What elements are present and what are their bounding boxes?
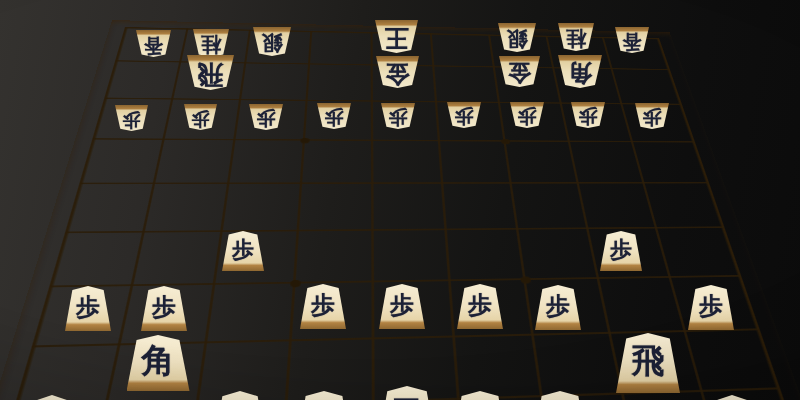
piece-kanji: 歩	[122, 111, 140, 129]
piece-6c[interactable]: 歩	[317, 103, 351, 129]
piece-1g[interactable]: 歩	[688, 285, 734, 330]
piece-7f[interactable]: 歩	[222, 231, 264, 271]
piece-9g[interactable]: 歩	[65, 286, 111, 331]
piece-2f[interactable]: 歩	[600, 231, 642, 271]
piece-2c[interactable]: 歩	[571, 102, 605, 128]
piece-kanji: 歩	[610, 238, 632, 260]
piece-9c[interactable]: 歩	[115, 105, 148, 131]
piece-6i[interactable]: 金	[297, 391, 351, 400]
piece-8b[interactable]: 飛	[187, 55, 234, 90]
piece-9a[interactable]: 香	[136, 30, 171, 57]
piece-kanji: 歩	[390, 292, 414, 316]
piece-5b[interactable]: 金	[376, 56, 419, 88]
piece-2b[interactable]: 角	[558, 55, 602, 88]
piece-kanji: 香	[144, 36, 163, 55]
piece-kanji: 歩	[76, 294, 100, 318]
piece-7a[interactable]: 銀	[253, 27, 291, 56]
piece-kanji: 銀	[507, 29, 528, 50]
piece-kanji: 金	[508, 62, 531, 85]
piece-3a[interactable]: 銀	[498, 23, 536, 52]
piece-kanji: 飛	[632, 343, 665, 376]
piece-kanji: 歩	[257, 109, 276, 128]
piece-kanji: 金	[385, 62, 409, 86]
piece-kanji: 桂	[566, 29, 586, 49]
piece-kanji: 角	[142, 343, 175, 376]
piece-kanji: 桂	[201, 35, 221, 55]
shogi-photo-scene: 香桂銀王銀桂香飛金金角歩歩歩歩歩歩歩歩歩歩歩歩歩歩歩歩歩歩角飛香桂銀金玉金銀桂香	[0, 0, 800, 400]
piece-4i[interactable]: 金	[453, 391, 507, 400]
piece-6g[interactable]: 歩	[300, 284, 346, 329]
piece-1a[interactable]: 香	[615, 27, 649, 53]
piece-kanji: 歩	[152, 294, 176, 318]
piece-kanji: 歩	[579, 107, 598, 126]
piece-kanji: 歩	[643, 108, 662, 127]
piece-kanji: 歩	[455, 107, 474, 126]
piece-kanji: 歩	[699, 293, 723, 317]
piece-4g[interactable]: 歩	[457, 284, 503, 329]
piece-kanji: 歩	[468, 292, 492, 316]
piece-kanji: 歩	[325, 108, 344, 127]
piece-8h[interactable]: 角	[127, 335, 190, 391]
piece-9i[interactable]: 香	[29, 395, 75, 400]
piece-3c[interactable]: 歩	[510, 102, 544, 128]
piece-3b[interactable]: 金	[499, 56, 540, 87]
piece-3i[interactable]: 銀	[533, 391, 587, 400]
piece-kanji: 歩	[232, 238, 254, 260]
piece-1i[interactable]: 香	[710, 395, 754, 400]
piece-8a[interactable]: 桂	[193, 29, 229, 57]
piece-1c[interactable]: 歩	[635, 103, 669, 129]
piece-7i[interactable]: 銀	[214, 391, 266, 400]
piece-kanji: 歩	[311, 292, 335, 316]
piece-5g[interactable]: 歩	[379, 284, 425, 329]
piece-kanji: 香	[623, 32, 642, 51]
pieces-layer: 香桂銀王銀桂香飛金金角歩歩歩歩歩歩歩歩歩歩歩歩歩歩歩歩歩歩角飛香桂銀金玉金銀桂香	[0, 0, 800, 400]
piece-5i[interactable]: 玉	[378, 386, 436, 400]
piece-kanji: 飛	[197, 62, 223, 88]
piece-8g[interactable]: 歩	[141, 286, 187, 331]
piece-kanji: 歩	[546, 293, 570, 317]
piece-2a[interactable]: 桂	[558, 23, 594, 51]
piece-kanji: 銀	[262, 33, 283, 54]
piece-kanji: 王	[384, 27, 408, 51]
piece-kanji: 歩	[518, 107, 537, 126]
piece-kanji: 歩	[389, 108, 408, 127]
piece-kanji: 歩	[191, 110, 209, 128]
piece-8c[interactable]: 歩	[184, 104, 217, 130]
piece-5a[interactable]: 王	[375, 20, 418, 53]
piece-kanji: 角	[568, 62, 592, 86]
piece-3g[interactable]: 歩	[535, 285, 581, 330]
piece-5c[interactable]: 歩	[381, 103, 415, 129]
piece-2h[interactable]: 飛	[616, 333, 680, 393]
piece-7c[interactable]: 歩	[249, 104, 283, 130]
piece-4c[interactable]: 歩	[447, 102, 481, 128]
